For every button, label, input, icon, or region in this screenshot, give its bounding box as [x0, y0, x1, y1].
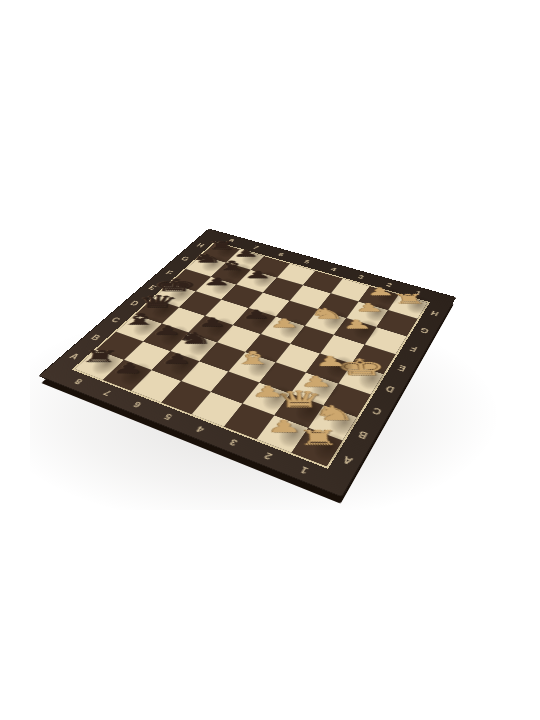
- rank-label-right-5: 5: [294, 253, 320, 271]
- white-rook-icon: ♜: [390, 292, 427, 305]
- black-pawn-icon: ♟: [232, 249, 259, 259]
- white-pawn-icon: ♟: [353, 302, 384, 314]
- rank-label-right-6: 6: [268, 246, 294, 263]
- rank-label-right-4: 4: [321, 260, 347, 278]
- white-pawn-icon: ♟: [341, 318, 373, 330]
- file-label-bottom-g: G: [406, 321, 443, 340]
- black-queen-icon: ♛: [134, 293, 180, 310]
- black-pawn-icon: ♟: [202, 276, 231, 287]
- white-knight-icon: ♞: [307, 307, 345, 322]
- black-pawn-icon: ♟: [196, 316, 227, 328]
- product-photo-scene: AABBCCDDEEFFGGHH1122334455667788 ♜♞♚♜♟♛♟…: [0, 0, 540, 720]
- black-rook-icon: ♜: [205, 240, 236, 251]
- black-pawn-icon: ♟: [243, 269, 271, 279]
- white-pawn-icon: ♟: [269, 317, 299, 329]
- black-pawn-icon: ♟: [240, 308, 270, 320]
- rank-label-right-3: 3: [348, 268, 374, 287]
